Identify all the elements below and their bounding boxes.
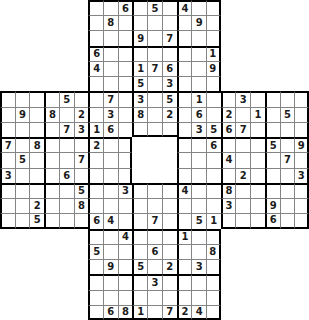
cell-r15c9-empty[interactable] <box>132 229 147 244</box>
cell-r15c12-given[interactable]: 1 <box>177 229 192 244</box>
cell-r14c13-given[interactable]: 5 <box>191 213 206 228</box>
void-cell <box>294 244 309 259</box>
void-cell <box>0 0 15 15</box>
cell-r17c10-empty[interactable] <box>147 259 162 274</box>
cell-r9c18-given[interactable]: 5 <box>265 137 280 152</box>
cell-r10c4-empty[interactable] <box>59 152 74 167</box>
cell-r14c6-given[interactable]: 6 <box>88 213 103 228</box>
cell-r2c13-empty[interactable] <box>191 30 206 45</box>
cell-r8c0-empty[interactable] <box>0 122 15 137</box>
cell-r13c0-empty[interactable] <box>0 198 15 213</box>
cell-r7c8-empty[interactable] <box>118 107 133 122</box>
cell-r14c7-given[interactable]: 4 <box>103 213 118 228</box>
cell-r3c9-empty[interactable] <box>132 46 147 61</box>
cell-r9c6-given[interactable]: 2 <box>88 137 103 152</box>
cell-r8c9-empty[interactable] <box>132 122 147 137</box>
cell-r7c20-empty[interactable] <box>294 107 309 122</box>
cell-r9c19-empty[interactable] <box>280 137 295 152</box>
cell-r11c20-given[interactable]: 3 <box>294 168 309 183</box>
cell-r7c3-given[interactable]: 8 <box>44 107 59 122</box>
cell-r3c6-given[interactable]: 6 <box>88 46 103 61</box>
cell-r18c14-empty[interactable] <box>206 274 221 289</box>
cell-r11c17-empty[interactable] <box>250 168 265 183</box>
cell-r20c6-empty[interactable] <box>88 305 103 320</box>
cell-r6c4-given[interactable]: 5 <box>59 91 74 106</box>
cell-r10c19-given[interactable]: 7 <box>280 152 295 167</box>
cell-r13c4-empty[interactable] <box>59 198 74 213</box>
cell-r7c6-empty[interactable] <box>88 107 103 122</box>
void-cell <box>15 274 30 289</box>
cell-r5c6-empty[interactable] <box>88 76 103 91</box>
cell-r13c7-empty[interactable] <box>103 198 118 213</box>
cell-r11c15-empty[interactable] <box>221 168 236 183</box>
cell-r8c12-empty[interactable] <box>177 122 192 137</box>
cell-r8c19-empty[interactable] <box>280 122 295 137</box>
cell-r14c12-empty[interactable] <box>177 213 192 228</box>
cell-r13c5-given[interactable]: 8 <box>74 198 89 213</box>
cell-r19c8-empty[interactable] <box>118 290 133 305</box>
cell-r17c7-given[interactable]: 9 <box>103 259 118 274</box>
cell-r17c11-given[interactable]: 2 <box>162 259 177 274</box>
cell-r12c0-empty[interactable] <box>0 183 15 198</box>
cell-r3c7-empty[interactable] <box>103 46 118 61</box>
cell-r15c13-empty[interactable] <box>191 229 206 244</box>
cell-r9c3-empty[interactable] <box>44 137 59 152</box>
cell-r17c12-empty[interactable] <box>177 259 192 274</box>
cell-r6c18-empty[interactable] <box>265 91 280 106</box>
cell-r19c6-empty[interactable] <box>88 290 103 305</box>
cell-r7c19-given[interactable]: 5 <box>280 107 295 122</box>
void-cell <box>29 76 44 91</box>
cell-r6c20-empty[interactable] <box>294 91 309 106</box>
cell-r10c18-empty[interactable] <box>265 152 280 167</box>
cell-r7c5-given[interactable]: 2 <box>74 107 89 122</box>
cell-r9c12-empty[interactable] <box>177 137 192 152</box>
cell-r8c17-empty[interactable] <box>250 122 265 137</box>
cell-r15c11-empty[interactable] <box>162 229 177 244</box>
cell-r10c13-empty[interactable] <box>191 152 206 167</box>
cell-r10c6-empty[interactable] <box>88 152 103 167</box>
cell-r1c10-empty[interactable] <box>147 15 162 30</box>
cell-r17c8-empty[interactable] <box>118 259 133 274</box>
cell-r18c12-empty[interactable] <box>177 274 192 289</box>
cell-r5c8-empty[interactable] <box>118 76 133 91</box>
cell-r12c3-empty[interactable] <box>44 183 59 198</box>
void-cell <box>235 274 250 289</box>
cell-r3c12-empty[interactable] <box>177 46 192 61</box>
cell-r8c20-empty[interactable] <box>294 122 309 137</box>
cell-r12c17-empty[interactable] <box>250 183 265 198</box>
cell-r8c5-given[interactable]: 3 <box>74 122 89 137</box>
cell-r12c16-empty[interactable] <box>235 183 250 198</box>
cell-r7c10-empty[interactable] <box>147 107 162 122</box>
cell-r14c9-empty[interactable] <box>132 213 147 228</box>
cell-r4c12-empty[interactable] <box>177 61 192 76</box>
void-cell <box>74 290 89 305</box>
cell-r14c2-given[interactable]: 5 <box>29 213 44 228</box>
cell-r14c10-given[interactable]: 7 <box>147 213 162 228</box>
cell-r20c11-given[interactable]: 7 <box>162 305 177 320</box>
cell-r14c3-empty[interactable] <box>44 213 59 228</box>
cell-r12c15-given[interactable]: 8 <box>221 183 236 198</box>
cell-r7c0-empty[interactable] <box>0 107 15 122</box>
cell-r12c12-given[interactable]: 4 <box>177 183 192 198</box>
cell-r8c1-empty[interactable] <box>15 122 30 137</box>
cell-r7c4-empty[interactable] <box>59 107 74 122</box>
cell-r6c10-empty[interactable] <box>147 91 162 106</box>
cell-r10c15-given[interactable]: 4 <box>221 152 236 167</box>
cell-r17c14-empty[interactable] <box>206 259 221 274</box>
cell-r0c8-given[interactable]: 6 <box>118 0 133 15</box>
cell-r9c5-empty[interactable] <box>74 137 89 152</box>
cell-r13c10-empty[interactable] <box>147 198 162 213</box>
cell-r6c9-given[interactable]: 3 <box>132 91 147 106</box>
cell-r3c14-given[interactable]: 1 <box>206 46 221 61</box>
cell-r19c14-empty[interactable] <box>206 290 221 305</box>
cell-r6c1-empty[interactable] <box>15 91 30 106</box>
cell-r13c13-empty[interactable] <box>191 198 206 213</box>
cell-r19c7-empty[interactable] <box>103 290 118 305</box>
cell-r14c11-empty[interactable] <box>162 213 177 228</box>
cell-r20c8-given[interactable]: 8 <box>118 305 133 320</box>
cell-r7c2-empty[interactable] <box>29 107 44 122</box>
cell-r0c9-empty[interactable] <box>132 0 147 15</box>
cell-r18c11-empty[interactable] <box>162 274 177 289</box>
cell-r0c13-empty[interactable] <box>191 0 206 15</box>
cell-r5c12-empty[interactable] <box>177 76 192 91</box>
cell-r13c14-empty[interactable] <box>206 198 221 213</box>
cell-r19c11-empty[interactable] <box>162 290 177 305</box>
cell-r6c8-empty[interactable] <box>118 91 133 106</box>
cell-r7c14-empty[interactable] <box>206 107 221 122</box>
cell-r6c19-empty[interactable] <box>280 91 295 106</box>
cell-r14c4-empty[interactable] <box>59 213 74 228</box>
cell-r2c8-empty[interactable] <box>118 30 133 45</box>
cell-r20c12-given[interactable]: 2 <box>177 305 192 320</box>
void-cell <box>221 259 236 274</box>
cell-r11c18-empty[interactable] <box>265 168 280 183</box>
cell-r9c14-given[interactable]: 6 <box>206 137 221 152</box>
void-cell <box>280 259 295 274</box>
cell-r13c9-empty[interactable] <box>132 198 147 213</box>
cell-r5c13-empty[interactable] <box>191 76 206 91</box>
cell-r7c15-given[interactable]: 2 <box>221 107 236 122</box>
cell-r16c11-empty[interactable] <box>162 244 177 259</box>
cell-r6c2-empty[interactable] <box>29 91 44 106</box>
cell-r11c2-empty[interactable] <box>29 168 44 183</box>
cell-r1c6-empty[interactable] <box>88 15 103 30</box>
cell-r10c20-empty[interactable] <box>294 152 309 167</box>
cell-r2c14-empty[interactable] <box>206 30 221 45</box>
cell-r0c11-empty[interactable] <box>162 0 177 15</box>
cell-r7c7-given[interactable]: 3 <box>103 107 118 122</box>
cell-r8c8-empty[interactable] <box>118 122 133 137</box>
cell-r15c14-empty[interactable] <box>206 229 221 244</box>
cell-r6c12-empty[interactable] <box>177 91 192 106</box>
cell-r12c19-empty[interactable] <box>280 183 295 198</box>
cell-r11c1-empty[interactable] <box>15 168 30 183</box>
cell-r4c14-given[interactable]: 9 <box>206 61 221 76</box>
cell-r1c12-empty[interactable] <box>177 15 192 30</box>
cell-r7c9-given[interactable]: 8 <box>132 107 147 122</box>
cell-r17c6-empty[interactable] <box>88 259 103 274</box>
cell-r13c16-empty[interactable] <box>235 198 250 213</box>
cell-r16c14-given[interactable]: 8 <box>206 244 221 259</box>
cell-r2c9-given[interactable]: 9 <box>132 30 147 45</box>
cell-r12c18-empty[interactable] <box>265 183 280 198</box>
cell-r20c9-given[interactable]: 1 <box>132 305 147 320</box>
cell-r9c2-given[interactable]: 8 <box>29 137 44 152</box>
cell-r13c2-given[interactable]: 2 <box>29 198 44 213</box>
cell-r19c10-empty[interactable] <box>147 290 162 305</box>
cell-r12c6-empty[interactable] <box>88 183 103 198</box>
cell-r10c17-empty[interactable] <box>250 152 265 167</box>
cell-r1c8-empty[interactable] <box>118 15 133 30</box>
cell-r2c6-empty[interactable] <box>88 30 103 45</box>
cell-r12c2-empty[interactable] <box>29 183 44 198</box>
cell-r13c17-empty[interactable] <box>250 198 265 213</box>
cell-r3c8-empty[interactable] <box>118 46 133 61</box>
cell-r14c0-empty[interactable] <box>0 213 15 228</box>
cell-r9c0-given[interactable]: 7 <box>0 137 15 152</box>
cell-r4c11-given[interactable]: 6 <box>162 61 177 76</box>
cell-r8c4-given[interactable]: 7 <box>59 122 74 137</box>
cell-r20c7-given[interactable]: 6 <box>103 305 118 320</box>
cell-r14c8-empty[interactable] <box>118 213 133 228</box>
cell-r11c12-empty[interactable] <box>177 168 192 183</box>
cell-r5c9-given[interactable]: 5 <box>132 76 147 91</box>
cell-r8c6-given[interactable]: 1 <box>88 122 103 137</box>
cell-r13c19-empty[interactable] <box>280 198 295 213</box>
cell-r9c16-empty[interactable] <box>235 137 250 152</box>
cell-r8c3-empty[interactable] <box>44 122 59 137</box>
cell-r12c14-empty[interactable] <box>206 183 221 198</box>
cell-r8c14-given[interactable]: 5 <box>206 122 221 137</box>
cell-r9c15-empty[interactable] <box>221 137 236 152</box>
cell-r1c9-empty[interactable] <box>132 15 147 30</box>
cell-r6c16-given[interactable]: 3 <box>235 91 250 106</box>
cell-r8c15-given[interactable]: 6 <box>221 122 236 137</box>
cell-r4c13-empty[interactable] <box>191 61 206 76</box>
cell-r18c8-empty[interactable] <box>118 274 133 289</box>
cell-r14c19-empty[interactable] <box>280 213 295 228</box>
cell-r1c13-given[interactable]: 9 <box>191 15 206 30</box>
cell-r10c1-given[interactable]: 5 <box>15 152 30 167</box>
cell-r9c13-empty[interactable] <box>191 137 206 152</box>
cell-r14c5-empty[interactable] <box>74 213 89 228</box>
cell-r16c12-empty[interactable] <box>177 244 192 259</box>
cell-r2c10-empty[interactable] <box>147 30 162 45</box>
cell-r8c18-empty[interactable] <box>265 122 280 137</box>
cell-r18c13-empty[interactable] <box>191 274 206 289</box>
cell-r7c11-given[interactable]: 2 <box>162 107 177 122</box>
cell-r0c10-given[interactable]: 5 <box>147 0 162 15</box>
cell-r12c20-empty[interactable] <box>294 183 309 198</box>
cell-r4c8-empty[interactable] <box>118 61 133 76</box>
cell-r13c8-empty[interactable] <box>118 198 133 213</box>
cell-r10c3-empty[interactable] <box>44 152 59 167</box>
cell-r11c4-given[interactable]: 6 <box>59 168 74 183</box>
void-cell <box>250 229 265 244</box>
cell-r10c7-empty[interactable] <box>103 152 118 167</box>
cell-r3c10-empty[interactable] <box>147 46 162 61</box>
cell-r16c7-empty[interactable] <box>103 244 118 259</box>
cell-r2c7-empty[interactable] <box>103 30 118 45</box>
cell-r6c15-empty[interactable] <box>221 91 236 106</box>
cell-r5c11-given[interactable]: 3 <box>162 76 177 91</box>
void-cell <box>74 244 89 259</box>
void-cell <box>250 259 265 274</box>
cell-r8c16-given[interactable]: 7 <box>235 122 250 137</box>
cell-r9c1-empty[interactable] <box>15 137 30 152</box>
cell-r13c11-empty[interactable] <box>162 198 177 213</box>
cell-r17c9-given[interactable]: 5 <box>132 259 147 274</box>
cell-r14c1-empty[interactable] <box>15 213 30 228</box>
cell-r1c11-empty[interactable] <box>162 15 177 30</box>
cell-r18c9-empty[interactable] <box>132 274 147 289</box>
cell-r11c14-empty[interactable] <box>206 168 221 183</box>
cell-r14c18-given[interactable]: 6 <box>265 213 280 228</box>
cell-r0c14-empty[interactable] <box>206 0 221 15</box>
cell-r2c12-empty[interactable] <box>177 30 192 45</box>
cell-r18c10-given[interactable]: 3 <box>147 274 162 289</box>
cell-r12c7-empty[interactable] <box>103 183 118 198</box>
cell-r7c13-given[interactable]: 6 <box>191 107 206 122</box>
cell-r8c2-empty[interactable] <box>29 122 44 137</box>
cell-r15c6-empty[interactable] <box>88 229 103 244</box>
cell-r10c5-given[interactable]: 7 <box>74 152 89 167</box>
cell-r13c3-empty[interactable] <box>44 198 59 213</box>
cell-r14c20-empty[interactable] <box>294 213 309 228</box>
cell-r6c17-empty[interactable] <box>250 91 265 106</box>
cell-r5c10-empty[interactable] <box>147 76 162 91</box>
cell-r0c12-given[interactable]: 4 <box>177 0 192 15</box>
cell-r2c11-given[interactable]: 7 <box>162 30 177 45</box>
cell-r7c18-empty[interactable] <box>265 107 280 122</box>
cell-r10c14-empty[interactable] <box>206 152 221 167</box>
cell-r11c0-given[interactable]: 3 <box>0 168 15 183</box>
cell-r6c5-empty[interactable] <box>74 91 89 106</box>
cell-r11c3-empty[interactable] <box>44 168 59 183</box>
cell-r13c1-empty[interactable] <box>15 198 30 213</box>
cell-r10c2-empty[interactable] <box>29 152 44 167</box>
cell-r6c11-given[interactable]: 5 <box>162 91 177 106</box>
cell-r12c10-empty[interactable] <box>147 183 162 198</box>
cell-r16c8-empty[interactable] <box>118 244 133 259</box>
cell-r9c4-empty[interactable] <box>59 137 74 152</box>
cell-r14c17-empty[interactable] <box>250 213 265 228</box>
cell-r3c11-empty[interactable] <box>162 46 177 61</box>
cell-r12c11-empty[interactable] <box>162 183 177 198</box>
cell-r7c16-empty[interactable] <box>235 107 250 122</box>
cell-r12c8-given[interactable]: 3 <box>118 183 133 198</box>
cell-r6c6-empty[interactable] <box>88 91 103 106</box>
cell-r10c16-empty[interactable] <box>235 152 250 167</box>
cell-r11c8-empty[interactable] <box>118 168 133 183</box>
cell-r9c8-empty[interactable] <box>118 137 133 152</box>
cell-r11c16-given[interactable]: 2 <box>235 168 250 183</box>
cell-r13c20-empty[interactable] <box>294 198 309 213</box>
cell-r7c1-given[interactable]: 9 <box>15 107 30 122</box>
cell-r9c20-given[interactable]: 9 <box>294 137 309 152</box>
cell-r8c11-empty[interactable] <box>162 122 177 137</box>
cell-r13c18-given[interactable]: 9 <box>265 198 280 213</box>
cell-r11c7-empty[interactable] <box>103 168 118 183</box>
cell-r5c14-empty[interactable] <box>206 76 221 91</box>
cell-r7c12-empty[interactable] <box>177 107 192 122</box>
cell-r19c12-empty[interactable] <box>177 290 192 305</box>
cell-r15c10-empty[interactable] <box>147 229 162 244</box>
cell-r20c10-empty[interactable] <box>147 305 162 320</box>
cell-r11c19-empty[interactable] <box>280 168 295 183</box>
cell-r16c10-given[interactable]: 6 <box>147 244 162 259</box>
cell-r20c13-given[interactable]: 4 <box>191 305 206 320</box>
cell-r12c5-given[interactable]: 5 <box>74 183 89 198</box>
cell-r7c17-given[interactable]: 1 <box>250 107 265 122</box>
cell-r8c13-given[interactable]: 3 <box>191 122 206 137</box>
cell-r3c13-empty[interactable] <box>191 46 206 61</box>
cell-r5c7-empty[interactable] <box>103 76 118 91</box>
cell-r12c9-empty[interactable] <box>132 183 147 198</box>
cell-r16c9-empty[interactable] <box>132 244 147 259</box>
cell-r17c13-given[interactable]: 3 <box>191 259 206 274</box>
cell-r4c10-given[interactable]: 7 <box>147 61 162 76</box>
cell-r9c7-empty[interactable] <box>103 137 118 152</box>
cell-r12c13-empty[interactable] <box>191 183 206 198</box>
cell-r11c13-empty[interactable] <box>191 168 206 183</box>
cell-r12c4-empty[interactable] <box>59 183 74 198</box>
cell-r20c14-empty[interactable] <box>206 305 221 320</box>
cell-r16c13-empty[interactable] <box>191 244 206 259</box>
cell-r10c0-empty[interactable] <box>0 152 15 167</box>
cell-r4c9-given[interactable]: 1 <box>132 61 147 76</box>
cell-r4c6-given[interactable]: 4 <box>88 61 103 76</box>
cell-r9c17-empty[interactable] <box>250 137 265 152</box>
cell-r6c7-given[interactable]: 7 <box>103 91 118 106</box>
cell-r19c9-empty[interactable] <box>132 290 147 305</box>
cell-r11c6-empty[interactable] <box>88 168 103 183</box>
cell-r8c10-empty[interactable] <box>147 122 162 137</box>
cell-r4c7-empty[interactable] <box>103 61 118 76</box>
cell-r16c6-given[interactable]: 5 <box>88 244 103 259</box>
cell-r0c7-empty[interactable] <box>103 0 118 15</box>
cell-r6c13-given[interactable]: 1 <box>191 91 206 106</box>
cell-r14c15-empty[interactable] <box>221 213 236 228</box>
cell-r15c7-empty[interactable] <box>103 229 118 244</box>
cell-r14c14-given[interactable]: 1 <box>206 213 221 228</box>
cell-r6c14-empty[interactable] <box>206 91 221 106</box>
cell-r6c0-empty[interactable] <box>0 91 15 106</box>
void-cell <box>294 15 309 30</box>
cell-r10c8-empty[interactable] <box>118 152 133 167</box>
cell-r10c12-empty[interactable] <box>177 152 192 167</box>
cell-r13c6-empty[interactable] <box>88 198 103 213</box>
cell-r19c13-empty[interactable] <box>191 290 206 305</box>
cell-r13c15-given[interactable]: 3 <box>221 198 236 213</box>
cell-r11c5-empty[interactable] <box>74 168 89 183</box>
cell-r12c1-empty[interactable] <box>15 183 30 198</box>
cell-r6c3-empty[interactable] <box>44 91 59 106</box>
cell-r13c12-empty[interactable] <box>177 198 192 213</box>
cell-r1c7-given[interactable]: 8 <box>103 15 118 30</box>
cell-r15c8-given[interactable]: 4 <box>118 229 133 244</box>
cell-r18c6-empty[interactable] <box>88 274 103 289</box>
cell-r18c7-empty[interactable] <box>103 274 118 289</box>
cell-r14c16-empty[interactable] <box>235 213 250 228</box>
cell-r0c6-empty[interactable] <box>88 0 103 15</box>
cell-r8c7-given[interactable]: 6 <box>103 122 118 137</box>
cell-r1c14-empty[interactable] <box>206 15 221 30</box>
